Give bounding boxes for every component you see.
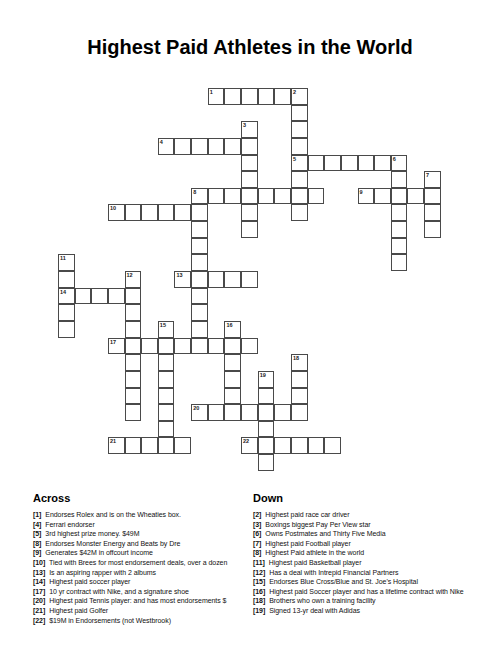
grid-cell[interactable] <box>158 421 175 438</box>
blocked-area <box>125 155 142 172</box>
grid-cell[interactable] <box>291 404 308 421</box>
grid-cell[interactable] <box>291 371 308 388</box>
grid-cell[interactable] <box>224 404 241 421</box>
grid-cell[interactable]: 15 <box>158 321 175 338</box>
grid-cell[interactable] <box>391 188 408 205</box>
blocked-area <box>75 388 92 405</box>
blocked-area <box>274 121 291 138</box>
grid-cell[interactable] <box>191 238 208 255</box>
blocked-area <box>308 404 325 421</box>
blocked-area <box>374 254 391 271</box>
grid-cell[interactable] <box>274 188 291 205</box>
clue-item-number: [7] <box>253 540 261 547</box>
blocked-area <box>174 371 191 388</box>
blocked-area <box>75 138 92 155</box>
grid-cell[interactable] <box>291 105 308 122</box>
blocked-area <box>324 121 341 138</box>
blocked-area <box>424 88 441 105</box>
blocked-area <box>258 138 275 155</box>
grid-cell[interactable] <box>324 437 341 454</box>
grid-cell[interactable] <box>274 437 291 454</box>
blocked-area <box>274 321 291 338</box>
grid-cell[interactable]: 3 <box>241 121 258 138</box>
blocked-area <box>91 354 108 371</box>
blocked-area <box>158 88 175 105</box>
blocked-area <box>374 421 391 438</box>
grid-cell[interactable] <box>158 354 175 371</box>
blocked-area <box>308 121 325 138</box>
blocked-area <box>308 238 325 255</box>
grid-cell[interactable] <box>224 338 241 355</box>
grid-cell[interactable]: 7 <box>424 171 441 188</box>
blocked-area <box>208 105 225 122</box>
grid-cell[interactable]: 4 <box>158 138 175 155</box>
grid-cell[interactable] <box>125 321 142 338</box>
grid-cell[interactable] <box>241 204 258 221</box>
grid-cell[interactable] <box>141 204 158 221</box>
clue-number: 22 <box>243 438 249 444</box>
grid-cell[interactable] <box>125 338 142 355</box>
grid-cell[interactable]: 16 <box>224 321 241 338</box>
blocked-area <box>174 238 191 255</box>
blocked-area <box>191 171 208 188</box>
blocked-area <box>108 238 125 255</box>
blocked-area <box>374 88 391 105</box>
grid-cell[interactable] <box>191 304 208 321</box>
clue-item-text: Highest Paid athlete in the world <box>263 549 364 556</box>
clue-item: [6] Owns Postmates and Thirty Five Media <box>253 529 473 539</box>
blocked-area <box>208 454 225 471</box>
blocked-area <box>358 437 375 454</box>
grid-cell[interactable] <box>224 88 241 105</box>
blocked-area <box>58 171 75 188</box>
blocked-area <box>391 105 408 122</box>
blocked-area <box>75 254 92 271</box>
grid-cell[interactable] <box>91 288 108 305</box>
grid-cell[interactable]: 13 <box>174 271 191 288</box>
grid-cell[interactable] <box>274 404 291 421</box>
blocked-area <box>358 371 375 388</box>
grid-cell[interactable] <box>224 371 241 388</box>
blocked-area <box>174 321 191 338</box>
blocked-area <box>241 254 258 271</box>
blocked-area <box>308 105 325 122</box>
blocked-area <box>208 437 225 454</box>
blocked-area <box>324 288 341 305</box>
blocked-area <box>358 338 375 355</box>
blocked-area <box>108 354 125 371</box>
clue-item-number: [12] <box>253 569 265 576</box>
clue-item: [1] Endorses Rolex and is on the Wheatie… <box>33 510 253 520</box>
blocked-area <box>274 271 291 288</box>
blocked-area <box>75 188 92 205</box>
blocked-area <box>125 238 142 255</box>
blocked-area <box>291 421 308 438</box>
blocked-area <box>91 437 108 454</box>
grid-cell[interactable]: 5 <box>291 155 308 172</box>
blocked-area <box>424 105 441 122</box>
blocked-area <box>58 121 75 138</box>
grid-cell[interactable] <box>125 288 142 305</box>
blocked-area <box>224 454 241 471</box>
blocked-area <box>91 254 108 271</box>
grid-cell[interactable]: 1 <box>208 88 225 105</box>
grid-cell[interactable] <box>174 338 191 355</box>
grid-cell[interactable] <box>424 188 441 205</box>
blocked-area <box>391 271 408 288</box>
blocked-area <box>258 155 275 172</box>
grid-cell[interactable] <box>158 371 175 388</box>
grid-cell[interactable] <box>191 204 208 221</box>
grid-cell[interactable]: 14 <box>58 288 75 305</box>
grid-cell[interactable] <box>191 221 208 238</box>
blocked-area <box>374 304 391 321</box>
grid-cell[interactable] <box>174 204 191 221</box>
grid-cell[interactable] <box>374 188 391 205</box>
grid-cell[interactable] <box>241 338 258 355</box>
blocked-area <box>274 238 291 255</box>
grid-cell[interactable] <box>125 388 142 405</box>
grid-cell[interactable] <box>158 388 175 405</box>
blocked-area <box>274 388 291 405</box>
blocked-area <box>258 238 275 255</box>
grid-cell[interactable] <box>224 138 241 155</box>
clue-item-number: [8] <box>253 549 261 556</box>
blocked-area <box>75 354 92 371</box>
blocked-area <box>91 371 108 388</box>
blocked-area <box>125 421 142 438</box>
grid-cell[interactable] <box>174 138 191 155</box>
blocked-area <box>374 138 391 155</box>
blocked-area <box>341 238 358 255</box>
grid-cell[interactable] <box>308 437 325 454</box>
blocked-area <box>141 354 158 371</box>
grid-cell[interactable]: 18 <box>291 354 308 371</box>
blocked-area <box>374 271 391 288</box>
blocked-area <box>75 404 92 421</box>
grid-cell[interactable] <box>391 238 408 255</box>
blocked-area <box>358 221 375 238</box>
grid-cell[interactable] <box>341 155 358 172</box>
clue-item-number: [3] <box>253 521 261 528</box>
blocked-area <box>308 304 325 321</box>
grid-cell[interactable] <box>258 188 275 205</box>
clue-number: 13 <box>176 272 182 278</box>
grid-cell[interactable] <box>58 304 75 321</box>
blocked-area <box>374 221 391 238</box>
blocked-area <box>91 88 108 105</box>
blocked-area <box>141 421 158 438</box>
blocked-area <box>258 171 275 188</box>
grid-cell[interactable] <box>241 404 258 421</box>
grid-cell[interactable] <box>224 354 241 371</box>
grid-cell[interactable] <box>191 138 208 155</box>
grid-cell[interactable] <box>125 204 142 221</box>
blocked-area <box>58 388 75 405</box>
clue-number: 17 <box>110 339 116 345</box>
blocked-area <box>208 238 225 255</box>
clue-number: 5 <box>293 156 296 162</box>
grid-cell[interactable] <box>374 155 391 172</box>
grid-cell[interactable] <box>258 421 275 438</box>
grid-cell[interactable] <box>158 404 175 421</box>
clues-section: Across [1] Endorses Rolex and is on the … <box>33 492 473 625</box>
grid-cell[interactable]: 22 <box>241 437 258 454</box>
grid-cell[interactable] <box>58 271 75 288</box>
grid-cell[interactable] <box>208 338 225 355</box>
grid-cell[interactable] <box>291 204 308 221</box>
blocked-area <box>241 238 258 255</box>
blocked-area <box>341 321 358 338</box>
clue-number: 19 <box>260 372 266 378</box>
clue-item: [10] Tied with Brees for most endorsemen… <box>33 558 253 568</box>
blocked-area <box>407 271 424 288</box>
grid-cell[interactable] <box>291 121 308 138</box>
grid-cell[interactable] <box>291 171 308 188</box>
grid-cell[interactable] <box>224 388 241 405</box>
blocked-area <box>324 404 341 421</box>
blocked-area <box>258 338 275 355</box>
grid-cell[interactable]: 2 <box>291 88 308 105</box>
grid-cell[interactable] <box>158 204 175 221</box>
grid-cell[interactable] <box>208 404 225 421</box>
grid-cell[interactable]: 10 <box>108 204 125 221</box>
grid-cell[interactable]: 21 <box>108 437 125 454</box>
grid-cell[interactable] <box>241 138 258 155</box>
blocked-area <box>258 105 275 122</box>
blocked-area <box>324 421 341 438</box>
blocked-area <box>91 121 108 138</box>
grid-cell[interactable] <box>141 338 158 355</box>
blocked-area <box>208 354 225 371</box>
grid-cell[interactable] <box>241 155 258 172</box>
blocked-area <box>241 421 258 438</box>
grid-cell[interactable] <box>241 271 258 288</box>
blocked-area <box>208 155 225 172</box>
grid-cell[interactable] <box>358 155 375 172</box>
blocked-area <box>158 304 175 321</box>
blocked-area <box>158 271 175 288</box>
blocked-area <box>191 121 208 138</box>
blocked-area <box>141 171 158 188</box>
blocked-area <box>58 238 75 255</box>
clue-item: [9] Generates $42M in offcourt income <box>33 548 253 558</box>
blocked-area <box>91 304 108 321</box>
grid-cell[interactable] <box>324 155 341 172</box>
blocked-area <box>108 88 125 105</box>
blocked-area <box>424 454 441 471</box>
grid-cell[interactable] <box>158 437 175 454</box>
blocked-area <box>407 155 424 172</box>
blocked-area <box>224 421 241 438</box>
clue-item-number: [10] <box>33 559 45 566</box>
grid-cell[interactable] <box>241 188 258 205</box>
grid-cell[interactable] <box>241 88 258 105</box>
blocked-area <box>174 388 191 405</box>
clue-item-text: 3rd highest prize money. $49M <box>43 530 139 537</box>
grid-cell[interactable] <box>224 188 241 205</box>
blocked-area <box>75 338 92 355</box>
blocked-area <box>174 404 191 421</box>
blocked-area <box>391 388 408 405</box>
blocked-area <box>374 321 391 338</box>
blocked-area <box>158 254 175 271</box>
blocked-area <box>108 221 125 238</box>
blocked-area <box>407 254 424 271</box>
grid-cell[interactable]: 8 <box>191 188 208 205</box>
blocked-area <box>241 454 258 471</box>
grid-cell[interactable] <box>191 254 208 271</box>
blocked-area <box>424 371 441 388</box>
blocked-area <box>174 88 191 105</box>
grid-cell[interactable] <box>108 288 125 305</box>
grid-cell[interactable] <box>241 221 258 238</box>
blocked-area <box>224 221 241 238</box>
grid-cell[interactable] <box>208 271 225 288</box>
clue-item: [7] Highest paid Football player <box>253 539 473 549</box>
blocked-area <box>158 288 175 305</box>
blocked-area <box>75 371 92 388</box>
blocked-area <box>274 304 291 321</box>
blocked-area <box>424 121 441 138</box>
blocked-area <box>274 254 291 271</box>
blocked-area <box>308 321 325 338</box>
clue-number: 20 <box>193 405 199 411</box>
blocked-area <box>374 105 391 122</box>
blocked-area <box>108 254 125 271</box>
grid-cell[interactable] <box>75 288 92 305</box>
clue-item-text: Has a deal with Intrepid Financial Partn… <box>267 569 398 576</box>
blocked-area <box>58 88 75 105</box>
clue-item-number: [20] <box>33 597 45 604</box>
grid-cell[interactable]: 20 <box>191 404 208 421</box>
grid-cell[interactable] <box>125 404 142 421</box>
grid-cell[interactable] <box>308 188 325 205</box>
blocked-area <box>291 221 308 238</box>
blocked-area <box>174 304 191 321</box>
blocked-area <box>424 421 441 438</box>
grid-cell[interactable] <box>241 171 258 188</box>
blocked-area <box>291 454 308 471</box>
grid-cell[interactable] <box>125 371 142 388</box>
blocked-area <box>58 138 75 155</box>
grid-cell[interactable] <box>125 304 142 321</box>
grid-cell[interactable] <box>224 271 241 288</box>
grid-cell[interactable] <box>125 437 142 454</box>
blocked-area <box>407 404 424 421</box>
grid-cell[interactable] <box>258 454 275 471</box>
blocked-area <box>308 221 325 238</box>
clue-item-text: Tied with Brees for most endorsement dea… <box>47 559 227 566</box>
grid-cell[interactable] <box>191 271 208 288</box>
blocked-area <box>324 371 341 388</box>
blocked-area <box>341 221 358 238</box>
clue-item-text: Endorses Monster Energy and Beats by Dre <box>43 540 180 547</box>
clue-item-number: [22] <box>33 617 45 624</box>
grid-cell[interactable]: 12 <box>125 271 142 288</box>
grid-cell[interactable]: 9 <box>358 188 375 205</box>
clue-item: [17] 10 yr contract with Nike, and a sig… <box>33 587 253 597</box>
grid-cell[interactable] <box>291 188 308 205</box>
grid-cell[interactable] <box>424 204 441 221</box>
grid-cell[interactable] <box>291 138 308 155</box>
blocked-area <box>224 155 241 172</box>
blocked-area <box>75 271 92 288</box>
grid-cell[interactable] <box>291 437 308 454</box>
blocked-area <box>158 155 175 172</box>
grid-cell[interactable] <box>208 138 225 155</box>
grid-cell[interactable] <box>158 338 175 355</box>
grid-cell[interactable] <box>291 388 308 405</box>
grid-cell[interactable] <box>391 171 408 188</box>
clue-item-text: Is an aspiring rapper with 2 albums <box>47 569 156 576</box>
blocked-area <box>141 388 158 405</box>
clue-item-number: [18] <box>253 597 265 604</box>
grid-cell[interactable]: 11 <box>58 254 75 271</box>
blocked-area <box>258 204 275 221</box>
blocked-area <box>91 388 108 405</box>
clue-item-number: [17] <box>33 588 45 595</box>
grid-cell[interactable]: 6 <box>391 155 408 172</box>
blocked-area <box>341 421 358 438</box>
blocked-area <box>291 321 308 338</box>
grid-cell[interactable] <box>191 338 208 355</box>
grid-cell[interactable] <box>258 388 275 405</box>
blocked-area <box>241 288 258 305</box>
grid-cell[interactable] <box>391 204 408 221</box>
grid-cell[interactable] <box>407 188 424 205</box>
grid-cell[interactable] <box>125 354 142 371</box>
blocked-area <box>75 204 92 221</box>
blocked-area <box>358 138 375 155</box>
clue-item: [12] Has a deal with Intrepid Financial … <box>253 568 473 578</box>
grid-cell[interactable]: 19 <box>258 371 275 388</box>
blocked-area <box>291 238 308 255</box>
blocked-area <box>174 221 191 238</box>
grid-cell[interactable]: 17 <box>108 338 125 355</box>
grid-cell[interactable] <box>58 321 75 338</box>
blocked-area <box>391 304 408 321</box>
grid-cell[interactable] <box>258 88 275 105</box>
grid-cell[interactable] <box>391 221 408 238</box>
blocked-area <box>324 238 341 255</box>
grid-cell[interactable] <box>258 404 275 421</box>
clue-number: 6 <box>393 156 396 162</box>
grid-cell[interactable] <box>258 437 275 454</box>
grid-cell[interactable] <box>174 437 191 454</box>
blocked-area <box>358 204 375 221</box>
blocked-area <box>258 321 275 338</box>
blocked-area <box>341 338 358 355</box>
blocked-area <box>358 238 375 255</box>
blocked-area <box>141 138 158 155</box>
blocked-area <box>308 88 325 105</box>
grid-cell[interactable] <box>191 288 208 305</box>
grid-cell[interactable] <box>391 254 408 271</box>
grid-cell[interactable] <box>141 437 158 454</box>
grid-cell[interactable] <box>208 188 225 205</box>
clue-item-text: Ferrari endorser <box>43 521 94 528</box>
blocked-area <box>374 204 391 221</box>
blocked-area <box>91 105 108 122</box>
grid-cell[interactable] <box>424 221 441 238</box>
blocked-area <box>374 171 391 188</box>
puzzle-title: Highest Paid Athletes in the World <box>0 36 500 59</box>
blocked-area <box>91 138 108 155</box>
grid-cell[interactable] <box>308 155 325 172</box>
grid-cell[interactable] <box>274 88 291 105</box>
grid-cell[interactable] <box>191 321 208 338</box>
